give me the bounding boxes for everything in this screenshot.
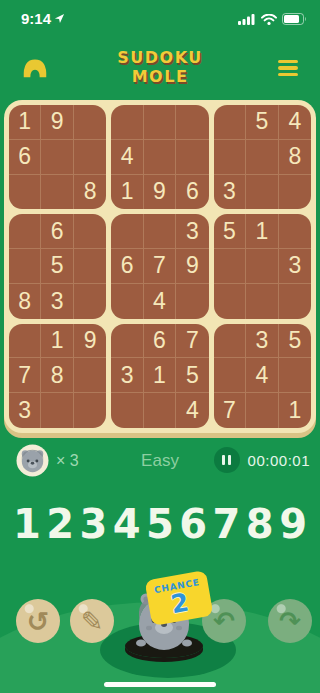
sudoku-cell[interactable] (111, 324, 143, 359)
sudoku-cell[interactable]: 5 (41, 249, 73, 284)
sudoku-cell[interactable] (74, 140, 106, 175)
sudoku-cell[interactable] (144, 214, 176, 249)
redo-button[interactable]: ↷ (268, 599, 312, 643)
sudoku-cell[interactable] (246, 393, 278, 428)
redo-icon: ↷ (279, 606, 301, 636)
sudoku-cell[interactable]: 5 (279, 324, 311, 359)
sudoku-cell[interactable]: 6 (41, 214, 73, 249)
sudoku-cell[interactable]: 5 (246, 105, 278, 140)
sudoku-cell[interactable] (41, 140, 73, 175)
sudoku-cell[interactable]: 6 (111, 249, 143, 284)
status-bar: 9:14 (0, 0, 320, 44)
cellular-icon (238, 14, 256, 25)
sudoku-cell[interactable] (214, 249, 246, 284)
sudoku-cell[interactable] (214, 105, 246, 140)
restart-icon: ↺ (27, 606, 50, 637)
sudoku-cell[interactable]: 3 (246, 324, 278, 359)
numpad-key-1[interactable]: 1 (13, 498, 41, 550)
sudoku-cell[interactable] (279, 358, 311, 393)
sudoku-cell[interactable] (41, 393, 73, 428)
sudoku-cell[interactable]: 8 (74, 175, 106, 210)
sudoku-cell[interactable] (214, 140, 246, 175)
sudoku-box: 19783 (9, 324, 106, 428)
sudoku-cell[interactable]: 6 (144, 324, 176, 359)
sudoku-cell[interactable]: 9 (176, 249, 208, 284)
sudoku-cell[interactable]: 5 (176, 358, 208, 393)
sudoku-cell[interactable] (246, 284, 278, 319)
sudoku-cell[interactable] (176, 140, 208, 175)
sudoku-board: 1968419654836583367945131978367315435471 (4, 100, 316, 433)
sudoku-cell[interactable]: 3 (41, 284, 73, 319)
sudoku-box: 35471 (214, 324, 311, 428)
sudoku-cell[interactable] (144, 105, 176, 140)
sudoku-cell[interactable] (111, 214, 143, 249)
sudoku-cell[interactable] (214, 324, 246, 359)
sudoku-box: 36794 (111, 214, 208, 318)
sudoku-cell[interactable]: 8 (9, 284, 41, 319)
sudoku-cell[interactable]: 4 (144, 284, 176, 319)
sudoku-cell[interactable] (111, 105, 143, 140)
app-title-line2: MOLE (0, 67, 320, 86)
sudoku-cell[interactable] (74, 284, 106, 319)
sudoku-cell[interactable]: 4 (279, 105, 311, 140)
sudoku-cell[interactable] (176, 105, 208, 140)
hamburger-menu-icon[interactable] (278, 58, 298, 78)
location-icon (54, 13, 65, 24)
sudoku-cell[interactable]: 3 (279, 249, 311, 284)
timer-value: 00:00:01 (248, 452, 310, 469)
sudoku-cell[interactable]: 4 (176, 393, 208, 428)
chance-sign-value: 2 (169, 589, 190, 617)
sudoku-cell[interactable] (214, 284, 246, 319)
restart-button[interactable]: ↺ (16, 599, 60, 643)
sudoku-cell[interactable]: 1 (9, 105, 41, 140)
timer-group: 00:00:01 (214, 447, 310, 473)
numpad-key-5[interactable]: 5 (146, 498, 174, 550)
clock-time: 9:14 (21, 10, 51, 27)
sudoku-cell[interactable]: 4 (246, 358, 278, 393)
pencil-notes-button[interactable]: ✎ (70, 599, 114, 643)
sudoku-cell[interactable]: 6 (9, 140, 41, 175)
undo-icon: ↶ (213, 606, 235, 636)
sudoku-cell[interactable] (74, 393, 106, 428)
sudoku-cell[interactable] (41, 175, 73, 210)
sudoku-cell[interactable] (144, 393, 176, 428)
sudoku-mole-app: 9:14 SUDOKU MOLE (0, 0, 320, 693)
sudoku-cell[interactable] (9, 324, 41, 359)
sudoku-cell[interactable]: 8 (279, 140, 311, 175)
sudoku-cell[interactable]: 3 (214, 175, 246, 210)
sudoku-cell[interactable]: 8 (41, 358, 73, 393)
sudoku-box: 1968 (9, 105, 106, 209)
sudoku-cell[interactable]: 1 (144, 358, 176, 393)
sudoku-cell[interactable]: 1 (111, 175, 143, 210)
app-title: SUDOKU MOLE (0, 48, 320, 86)
sudoku-cell[interactable] (279, 175, 311, 210)
sudoku-cell[interactable]: 1 (41, 324, 73, 359)
home-indicator[interactable] (104, 682, 216, 687)
header: SUDOKU MOLE (0, 46, 320, 94)
clock: 9:14 (21, 10, 65, 27)
sudoku-box: 6583 (9, 214, 106, 318)
sudoku-cell[interactable]: 7 (214, 393, 246, 428)
sudoku-cell[interactable]: 5 (214, 214, 246, 249)
sudoku-box: 5483 (214, 105, 311, 209)
numpad-key-4[interactable]: 4 (113, 498, 141, 550)
sudoku-cell[interactable] (214, 358, 246, 393)
battery-icon (282, 13, 307, 25)
numpad-key-6[interactable]: 6 (179, 498, 207, 550)
sudoku-cell[interactable]: 3 (176, 214, 208, 249)
sudoku-cell[interactable] (246, 175, 278, 210)
sudoku-cell[interactable]: 7 (9, 358, 41, 393)
numpad-key-7[interactable]: 7 (213, 498, 241, 550)
sudoku-cell[interactable]: 7 (176, 324, 208, 359)
sudoku-cell[interactable] (176, 284, 208, 319)
number-pad: 123456789 (0, 498, 320, 550)
sudoku-cell[interactable] (279, 284, 311, 319)
sudoku-cell[interactable] (246, 249, 278, 284)
sudoku-cell[interactable] (144, 140, 176, 175)
pause-button[interactable] (214, 447, 240, 473)
numpad-key-2[interactable]: 2 (46, 498, 74, 550)
sudoku-cell[interactable]: 1 (246, 214, 278, 249)
numpad-key-3[interactable]: 3 (80, 498, 108, 550)
sudoku-cell[interactable]: 7 (144, 249, 176, 284)
sudoku-cell[interactable] (111, 284, 143, 319)
sudoku-cell[interactable] (9, 175, 41, 210)
sudoku-cell[interactable] (9, 249, 41, 284)
sudoku-cell[interactable]: 9 (41, 105, 73, 140)
sudoku-cell[interactable] (74, 214, 106, 249)
sudoku-cell[interactable]: 1 (279, 393, 311, 428)
sudoku-cell[interactable] (279, 214, 311, 249)
sudoku-box: 4196 (111, 105, 208, 209)
sudoku-cell[interactable]: 3 (9, 393, 41, 428)
sudoku-cell[interactable]: 9 (74, 324, 106, 359)
sudoku-box: 673154 (111, 324, 208, 428)
sudoku-cell[interactable]: 3 (111, 358, 143, 393)
sudoku-cell[interactable] (111, 393, 143, 428)
app-title-line1: SUDOKU (0, 48, 320, 67)
pause-icon (222, 455, 225, 465)
numpad-key-8[interactable]: 8 (246, 498, 274, 550)
sudoku-cell[interactable] (74, 249, 106, 284)
hud-bar: × 3 Easy 00:00:01 (0, 444, 320, 482)
sudoku-cell[interactable]: 6 (176, 175, 208, 210)
sudoku-cell[interactable] (9, 214, 41, 249)
sudoku-cell[interactable]: 4 (111, 140, 143, 175)
numpad-key-9[interactable]: 9 (279, 498, 307, 550)
pencil-icon: ✎ (81, 606, 104, 637)
sudoku-cell[interactable] (246, 140, 278, 175)
sudoku-cell[interactable]: 9 (144, 175, 176, 210)
wifi-icon (261, 14, 277, 25)
sudoku-cell[interactable] (74, 358, 106, 393)
sudoku-cell[interactable] (74, 105, 106, 140)
sudoku-box: 513 (214, 214, 311, 318)
